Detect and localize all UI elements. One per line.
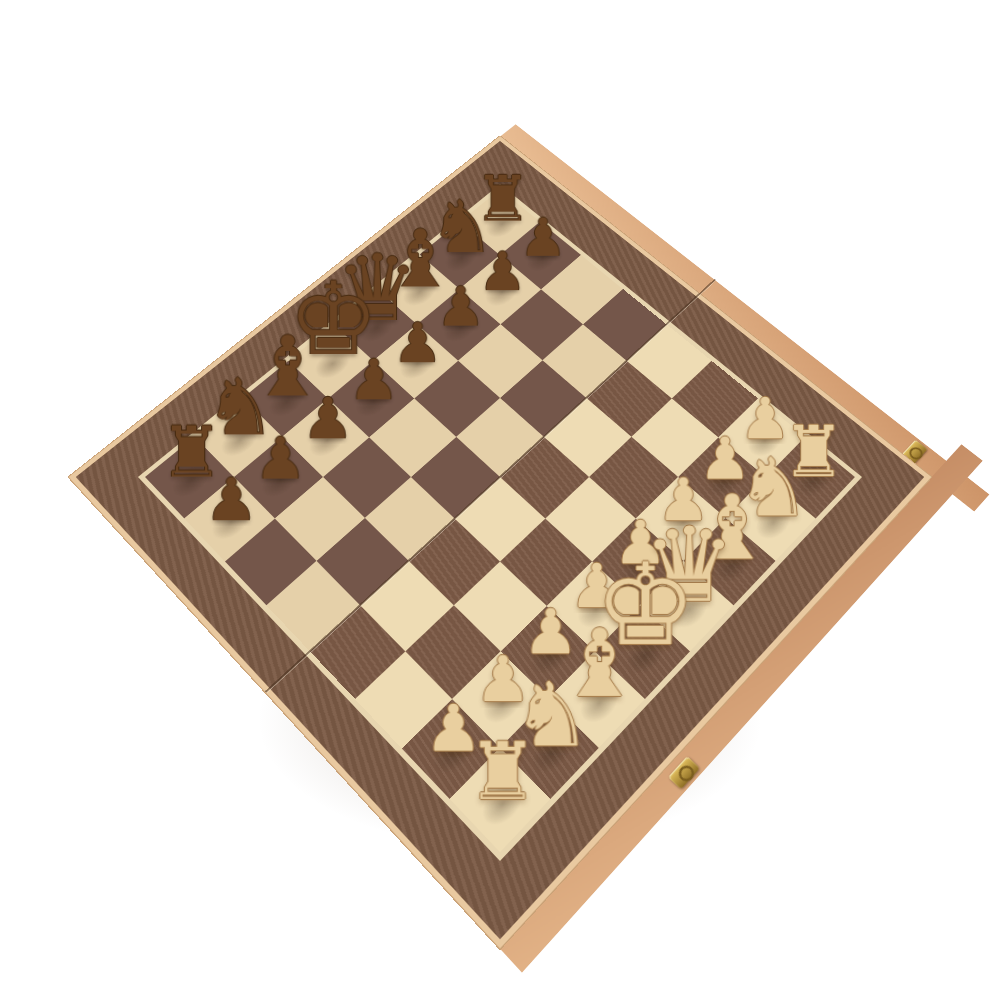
white-rook-icon: ♜ [467,732,538,811]
brass-latch-icon [900,440,927,466]
black-pawn-icon: ♟ [302,390,353,447]
product-photo-scene: ♜♞♝♚♛♝♞♜♟♟♟♟♟♟♟♟♟♟♟♟♟♟♟♟♜♞♝♚♛♝♞♜ [0,0,1000,1000]
black-pawn-icon: ♟ [255,429,307,487]
black-pawn-icon: ♟ [348,352,398,408]
square-h5 [583,289,666,361]
black-pawn-icon: ♟ [205,470,258,529]
black-pawn-icon: ♟ [478,245,526,299]
black-pawn-icon: ♟ [436,279,485,333]
black-pawn-icon: ♟ [393,315,443,370]
